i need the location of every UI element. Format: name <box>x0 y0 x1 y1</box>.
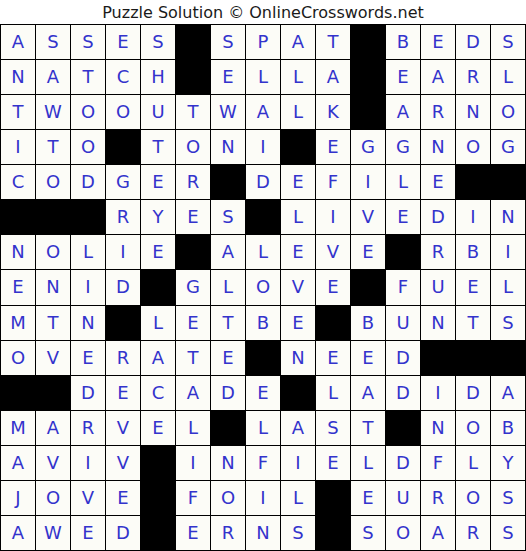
letter-cell: E <box>211 60 245 94</box>
black-cell <box>141 270 175 304</box>
letter-cell: E <box>141 165 175 199</box>
letter-cell: F <box>246 446 280 480</box>
letter-cell: L <box>351 446 385 480</box>
letter-cell: L <box>71 235 105 269</box>
letter-cell: D <box>386 446 420 480</box>
letter-cell: G <box>351 130 385 164</box>
letter-cell: E <box>176 200 210 234</box>
letter-cell: A <box>1 446 35 480</box>
letter-cell: S <box>491 481 525 515</box>
letter-cell: O <box>246 270 280 304</box>
letter-cell: I <box>71 270 105 304</box>
letter-cell: I <box>281 446 315 480</box>
letter-cell: D <box>71 376 105 410</box>
letter-cell: D <box>211 376 245 410</box>
letter-cell: I <box>421 376 455 410</box>
letter-cell: K <box>316 95 350 129</box>
black-cell <box>246 200 280 234</box>
letter-cell: S <box>491 25 525 59</box>
letter-cell: E <box>71 341 105 375</box>
letter-cell: E <box>141 411 175 445</box>
letter-cell: R <box>211 516 245 550</box>
letter-cell: L <box>491 60 525 94</box>
black-cell <box>386 411 420 445</box>
letter-cell: N <box>491 200 525 234</box>
black-cell <box>141 516 175 550</box>
letter-cell: A <box>36 411 70 445</box>
black-cell <box>1 376 35 410</box>
letter-cell: F <box>421 446 455 480</box>
letter-cell: O <box>71 95 105 129</box>
letter-cell: M <box>1 306 35 340</box>
letter-cell: L <box>281 60 315 94</box>
letter-cell: B <box>246 306 280 340</box>
letter-cell: B <box>456 235 490 269</box>
letter-cell: A <box>246 95 280 129</box>
letter-cell: P <box>246 25 280 59</box>
letter-cell: A <box>1 516 35 550</box>
letter-cell: E <box>421 165 455 199</box>
letter-cell: T <box>351 411 385 445</box>
letter-cell: R <box>106 200 140 234</box>
letter-cell: D <box>246 165 280 199</box>
letter-cell: S <box>281 516 315 550</box>
letter-cell: E <box>316 446 350 480</box>
black-cell <box>351 95 385 129</box>
letter-cell: A <box>351 376 385 410</box>
letter-cell: N <box>1 235 35 269</box>
letter-cell: I <box>456 200 490 234</box>
letter-cell: B <box>491 411 525 445</box>
letter-cell: R <box>106 341 140 375</box>
black-cell <box>316 481 350 515</box>
black-cell <box>281 376 315 410</box>
letter-cell: S <box>141 25 175 59</box>
letter-cell: T <box>211 306 245 340</box>
letter-cell: U <box>386 481 420 515</box>
letter-cell: G <box>386 130 420 164</box>
letter-cell: O <box>36 481 70 515</box>
black-cell <box>211 165 245 199</box>
letter-cell: B <box>386 25 420 59</box>
letter-cell: E <box>281 165 315 199</box>
black-cell <box>421 341 455 375</box>
letter-cell: A <box>141 341 175 375</box>
letter-cell: N <box>421 130 455 164</box>
letter-cell: A <box>421 60 455 94</box>
letter-cell: M <box>1 411 35 445</box>
letter-cell: O <box>36 165 70 199</box>
letter-cell: N <box>36 270 70 304</box>
letter-cell: I <box>1 130 35 164</box>
letter-cell: E <box>246 376 280 410</box>
letter-cell: E <box>351 341 385 375</box>
letter-cell: N <box>246 516 280 550</box>
black-cell <box>106 306 140 340</box>
letter-cell: N <box>211 446 245 480</box>
letter-cell: L <box>281 481 315 515</box>
letter-cell: L <box>386 165 420 199</box>
letter-cell: B <box>351 306 385 340</box>
letter-cell: W <box>36 516 70 550</box>
letter-cell: E <box>176 516 210 550</box>
letter-cell: O <box>71 130 105 164</box>
letter-cell: N <box>281 341 315 375</box>
letter-cell: O <box>456 130 490 164</box>
letter-cell: L <box>246 411 280 445</box>
letter-cell: G <box>491 130 525 164</box>
letter-cell: U <box>141 95 175 129</box>
letter-cell: I <box>71 446 105 480</box>
black-cell <box>36 376 70 410</box>
letter-cell: V <box>106 446 140 480</box>
letter-cell: Y <box>491 446 525 480</box>
letter-cell: S <box>71 25 105 59</box>
letter-cell: E <box>141 235 175 269</box>
letter-cell: L <box>491 270 525 304</box>
letter-cell: A <box>281 411 315 445</box>
letter-cell: A <box>421 516 455 550</box>
letter-cell: F <box>176 481 210 515</box>
letter-cell: E <box>351 235 385 269</box>
letter-cell: T <box>141 130 175 164</box>
letter-cell: G <box>176 270 210 304</box>
letter-cell: D <box>386 376 420 410</box>
letter-cell: R <box>456 60 490 94</box>
letter-cell: S <box>316 411 350 445</box>
black-cell <box>456 341 490 375</box>
letter-cell: I <box>491 235 525 269</box>
letter-cell: S <box>211 25 245 59</box>
letter-cell: U <box>386 306 420 340</box>
black-cell <box>491 341 525 375</box>
letter-cell: S <box>36 25 70 59</box>
letter-cell: E <box>386 60 420 94</box>
letter-cell: D <box>456 25 490 59</box>
letter-cell: C <box>106 60 140 94</box>
black-cell <box>351 25 385 59</box>
crossword-grid: ASSESSPATBEDSNATCHELLAEARLTWOOUTWALKARNO… <box>0 24 526 551</box>
letter-cell: A <box>316 60 350 94</box>
letter-cell: O <box>211 481 245 515</box>
letter-cell: E <box>316 270 350 304</box>
letter-cell: C <box>141 376 175 410</box>
letter-cell: A <box>491 376 525 410</box>
letter-cell: E <box>106 25 140 59</box>
letter-cell: D <box>421 200 455 234</box>
letter-cell: R <box>71 411 105 445</box>
letter-cell: V <box>281 270 315 304</box>
black-cell <box>246 341 280 375</box>
black-cell <box>36 200 70 234</box>
letter-cell: R <box>421 95 455 129</box>
letter-cell: O <box>1 341 35 375</box>
letter-cell: A <box>36 60 70 94</box>
letter-cell: I <box>106 235 140 269</box>
letter-cell: E <box>106 481 140 515</box>
letter-cell: S <box>211 200 245 234</box>
letter-cell: E <box>1 270 35 304</box>
black-cell <box>316 516 350 550</box>
black-cell <box>141 481 175 515</box>
letter-cell: L <box>246 60 280 94</box>
letter-cell: I <box>176 446 210 480</box>
black-cell <box>106 130 140 164</box>
letter-cell: E <box>316 341 350 375</box>
letter-cell: L <box>176 411 210 445</box>
letter-cell: A <box>281 25 315 59</box>
letter-cell: T <box>71 60 105 94</box>
letter-cell: G <box>106 165 140 199</box>
letter-cell: W <box>211 95 245 129</box>
black-cell <box>176 60 210 94</box>
letter-cell: E <box>211 341 245 375</box>
letter-cell: A <box>1 25 35 59</box>
letter-cell: V <box>316 235 350 269</box>
letter-cell: E <box>106 376 140 410</box>
letter-cell: C <box>1 165 35 199</box>
letter-cell: L <box>281 95 315 129</box>
letter-cell: E <box>71 516 105 550</box>
letter-cell: V <box>106 411 140 445</box>
black-cell <box>1 200 35 234</box>
letter-cell: V <box>36 446 70 480</box>
letter-cell: A <box>386 95 420 129</box>
black-cell <box>176 235 210 269</box>
letter-cell: N <box>71 306 105 340</box>
letter-cell: S <box>491 306 525 340</box>
letter-cell: I <box>351 165 385 199</box>
black-cell <box>141 446 175 480</box>
letter-cell: L <box>246 235 280 269</box>
letter-cell: A <box>176 376 210 410</box>
letter-cell: L <box>281 200 315 234</box>
letter-cell: N <box>211 130 245 164</box>
black-cell <box>386 235 420 269</box>
black-cell <box>456 165 490 199</box>
letter-cell: I <box>246 130 280 164</box>
letter-cell: D <box>386 341 420 375</box>
letter-cell: V <box>36 341 70 375</box>
letter-cell: F <box>386 270 420 304</box>
letter-cell: O <box>386 516 420 550</box>
black-cell <box>351 270 385 304</box>
letter-cell: T <box>176 341 210 375</box>
letter-cell: O <box>36 235 70 269</box>
black-cell <box>316 306 350 340</box>
letter-cell: T <box>1 95 35 129</box>
letter-cell: N <box>456 95 490 129</box>
letter-cell: L <box>211 270 245 304</box>
letter-cell: V <box>71 481 105 515</box>
black-cell <box>211 411 245 445</box>
letter-cell: S <box>351 516 385 550</box>
letter-cell: O <box>491 95 525 129</box>
black-cell <box>351 60 385 94</box>
letter-cell: L <box>316 376 350 410</box>
letter-cell: O <box>106 95 140 129</box>
letter-cell: J <box>1 481 35 515</box>
letter-cell: R <box>456 516 490 550</box>
letter-cell: E <box>351 481 385 515</box>
black-cell <box>491 165 525 199</box>
letter-cell: D <box>106 516 140 550</box>
letter-cell: R <box>421 235 455 269</box>
letter-cell: V <box>351 200 385 234</box>
letter-cell: D <box>106 270 140 304</box>
letter-cell: E <box>316 130 350 164</box>
letter-cell: U <box>421 270 455 304</box>
letter-cell: O <box>176 130 210 164</box>
page-title: Puzzle Solution © OnlineCrosswords.net <box>0 0 526 24</box>
letter-cell: T <box>36 306 70 340</box>
letter-cell: L <box>456 446 490 480</box>
letter-cell: T <box>176 95 210 129</box>
black-cell <box>71 200 105 234</box>
letter-cell: H <box>141 60 175 94</box>
letter-cell: I <box>316 200 350 234</box>
letter-cell: L <box>141 306 175 340</box>
letter-cell: D <box>456 376 490 410</box>
letter-cell: W <box>36 95 70 129</box>
letter-cell: E <box>281 306 315 340</box>
letter-cell: N <box>421 411 455 445</box>
letter-cell: N <box>421 306 455 340</box>
black-cell <box>281 130 315 164</box>
letter-cell: E <box>281 235 315 269</box>
letter-cell: E <box>386 200 420 234</box>
letter-cell: Y <box>141 200 175 234</box>
letter-cell: T <box>316 25 350 59</box>
letter-cell: A <box>211 235 245 269</box>
letter-cell: F <box>316 165 350 199</box>
letter-cell: T <box>36 130 70 164</box>
letter-cell: S <box>491 516 525 550</box>
letter-cell: I <box>246 481 280 515</box>
crossword-solution-page: Puzzle Solution © OnlineCrosswords.net A… <box>0 0 526 551</box>
letter-cell: E <box>456 270 490 304</box>
letter-cell: D <box>71 165 105 199</box>
letter-cell: O <box>456 481 490 515</box>
letter-cell: E <box>421 25 455 59</box>
letter-cell: T <box>456 306 490 340</box>
letter-cell: R <box>176 165 210 199</box>
letter-cell: E <box>176 306 210 340</box>
letter-cell: O <box>456 411 490 445</box>
black-cell <box>176 25 210 59</box>
letter-cell: R <box>421 481 455 515</box>
letter-cell: N <box>1 60 35 94</box>
